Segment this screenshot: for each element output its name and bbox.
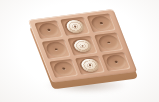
cell-recess [37, 22, 61, 38]
board-grid [28, 9, 137, 83]
cell-recess [78, 57, 102, 73]
board-cell-r1c2[interactable] [60, 17, 90, 37]
peg-hole-icon [88, 64, 91, 66]
peg-hole-icon [114, 61, 117, 63]
board-cell-r3c2[interactable] [75, 55, 105, 75]
cell-recess [63, 18, 87, 34]
cell-recess [70, 38, 94, 54]
peg-hole-icon [100, 22, 103, 24]
board-cell-r2c1[interactable] [42, 39, 72, 59]
board-cell-r1c3[interactable] [86, 13, 116, 33]
board-cell-r2c2[interactable] [68, 36, 98, 56]
cell-recess [97, 34, 121, 50]
cell-recess [89, 15, 113, 31]
board-cell-r3c1[interactable] [49, 58, 79, 78]
wooden-disc-piece[interactable] [79, 58, 100, 72]
board-cell-r2c3[interactable] [94, 33, 124, 53]
peg-hole-icon [55, 48, 58, 50]
peg-hole-icon [62, 67, 65, 69]
wooden-disc-piece[interactable] [65, 19, 86, 33]
photo-scene [0, 0, 159, 102]
wooden-disc-piece[interactable] [72, 39, 93, 53]
cell-recess [52, 60, 76, 76]
game-board [28, 9, 137, 83]
peg-hole-icon [107, 41, 110, 43]
peg-hole-icon [81, 45, 84, 47]
cell-recess [44, 41, 68, 57]
peg-hole-icon [48, 29, 51, 31]
peg-hole-icon [74, 26, 77, 28]
board-cell-r3c3[interactable] [101, 52, 131, 72]
cell-recess [104, 54, 128, 70]
board-cell-r1c1[interactable] [34, 20, 64, 40]
